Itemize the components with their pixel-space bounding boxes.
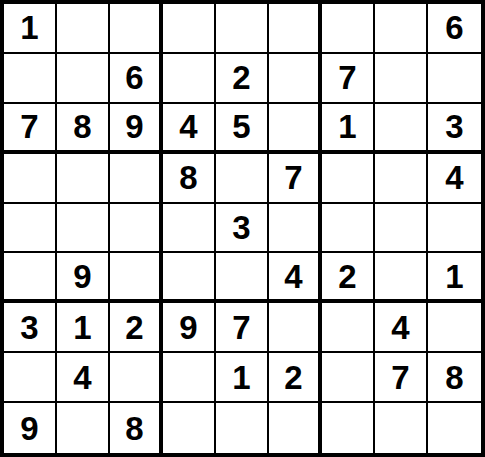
- cell-r5c4[interactable]: [163, 204, 216, 254]
- cell-r9c3[interactable]: 8: [110, 403, 163, 453]
- cell-r2c5[interactable]: 2: [216, 54, 269, 104]
- cell-r6c8[interactable]: [375, 253, 428, 303]
- given-digit: 4: [391, 311, 409, 344]
- cell-r8c8[interactable]: 7: [375, 353, 428, 403]
- cell-r7c7[interactable]: [322, 303, 375, 353]
- given-digit: 8: [125, 412, 143, 445]
- cell-r4c3[interactable]: [110, 154, 163, 204]
- cell-r3c3[interactable]: 9: [110, 104, 163, 154]
- given-digit: 9: [73, 260, 91, 293]
- cell-r1c6[interactable]: [269, 4, 322, 54]
- cell-r2c8[interactable]: [375, 54, 428, 104]
- cell-r4c7[interactable]: [322, 154, 375, 204]
- cell-r4c8[interactable]: [375, 154, 428, 204]
- given-digit: 1: [20, 11, 38, 44]
- given-digit: 7: [20, 110, 38, 143]
- cell-r2c3[interactable]: 6: [110, 54, 163, 104]
- given-digit: 6: [445, 11, 463, 44]
- cell-r8c5[interactable]: 1: [216, 353, 269, 403]
- cell-r8c3[interactable]: [110, 353, 163, 403]
- given-digit: 2: [284, 361, 302, 394]
- cell-r3c2[interactable]: 8: [57, 104, 110, 154]
- cell-r5c1[interactable]: [4, 204, 57, 254]
- cell-r7c8[interactable]: 4: [375, 303, 428, 353]
- cell-r3c7[interactable]: 1: [322, 104, 375, 154]
- cell-r1c8[interactable]: [375, 4, 428, 54]
- cell-r7c1[interactable]: 3: [4, 303, 57, 353]
- given-digit: 6: [125, 61, 143, 94]
- cell-r2c9[interactable]: [428, 54, 481, 104]
- cell-r2c1[interactable]: [4, 54, 57, 104]
- cell-r9c9[interactable]: [428, 403, 481, 453]
- cell-r1c9[interactable]: 6: [428, 4, 481, 54]
- cell-r6c1[interactable]: [4, 253, 57, 303]
- sudoku-board: 166277894513874394213129744127898: [0, 0, 485, 457]
- cell-r7c3[interactable]: 2: [110, 303, 163, 353]
- cell-r6c3[interactable]: [110, 253, 163, 303]
- cell-r5c7[interactable]: [322, 204, 375, 254]
- cell-r5c8[interactable]: [375, 204, 428, 254]
- cell-r2c4[interactable]: [163, 54, 216, 104]
- cell-r6c4[interactable]: [163, 253, 216, 303]
- cell-r8c4[interactable]: [163, 353, 216, 403]
- given-digit: 4: [179, 110, 197, 143]
- cell-r5c3[interactable]: [110, 204, 163, 254]
- given-digit: 3: [20, 311, 38, 344]
- given-digit: 4: [445, 161, 463, 194]
- given-digit: 8: [445, 361, 463, 394]
- cell-r2c6[interactable]: [269, 54, 322, 104]
- cell-r9c4[interactable]: [163, 403, 216, 453]
- cell-r9c5[interactable]: [216, 403, 269, 453]
- cell-r6c6[interactable]: 4: [269, 253, 322, 303]
- cell-r1c7[interactable]: [322, 4, 375, 54]
- cell-r3c8[interactable]: [375, 104, 428, 154]
- cell-r9c7[interactable]: [322, 403, 375, 453]
- cell-r1c5[interactable]: [216, 4, 269, 54]
- given-digit: 7: [391, 361, 409, 394]
- given-digit: 7: [232, 311, 250, 344]
- cell-r5c9[interactable]: [428, 204, 481, 254]
- cell-r7c4[interactable]: 9: [163, 303, 216, 353]
- cell-r6c5[interactable]: [216, 253, 269, 303]
- given-digit: 1: [338, 110, 356, 143]
- given-digit: 8: [179, 161, 197, 194]
- given-digit: 7: [284, 161, 302, 194]
- cell-r4c1[interactable]: [4, 154, 57, 204]
- cell-r8c9[interactable]: 8: [428, 353, 481, 403]
- cell-r7c2[interactable]: 1: [57, 303, 110, 353]
- cell-r3c1[interactable]: 7: [4, 104, 57, 154]
- cell-r4c4[interactable]: 8: [163, 154, 216, 204]
- cell-r1c4[interactable]: [163, 4, 216, 54]
- cell-r5c6[interactable]: [269, 204, 322, 254]
- cell-r3c9[interactable]: 3: [428, 104, 481, 154]
- cell-r8c1[interactable]: [4, 353, 57, 403]
- cell-r7c5[interactable]: 7: [216, 303, 269, 353]
- given-digit: 7: [338, 61, 356, 94]
- cell-r3c6[interactable]: [269, 104, 322, 154]
- given-digit: 1: [73, 311, 91, 344]
- cell-r3c5[interactable]: 5: [216, 104, 269, 154]
- given-digit: 2: [125, 311, 143, 344]
- cell-r6c2[interactable]: 9: [57, 253, 110, 303]
- cell-r8c2[interactable]: 4: [57, 353, 110, 403]
- cell-r9c2[interactable]: [57, 403, 110, 453]
- cell-r5c2[interactable]: [57, 204, 110, 254]
- cell-r2c7[interactable]: 7: [322, 54, 375, 104]
- given-digit: 2: [338, 260, 356, 293]
- cell-r7c6[interactable]: [269, 303, 322, 353]
- given-digit: 5: [232, 110, 250, 143]
- cell-r4c9[interactable]: 4: [428, 154, 481, 204]
- cell-r1c1[interactable]: 1: [4, 4, 57, 54]
- cell-r4c6[interactable]: 7: [269, 154, 322, 204]
- cell-r9c1[interactable]: 9: [4, 403, 57, 453]
- given-digit: 9: [125, 110, 143, 143]
- cell-r6c9[interactable]: 1: [428, 253, 481, 303]
- given-digit: 4: [73, 361, 91, 394]
- given-digit: 8: [73, 110, 91, 143]
- cell-r8c6[interactable]: 2: [269, 353, 322, 403]
- cell-r2c2[interactable]: [57, 54, 110, 104]
- given-digit: 4: [284, 260, 302, 293]
- cell-r7c9[interactable]: [428, 303, 481, 353]
- cell-r8c7[interactable]: [322, 353, 375, 403]
- given-digit: 9: [20, 412, 38, 445]
- given-digit: 3: [445, 110, 463, 143]
- given-digit: 1: [232, 361, 250, 394]
- cell-r1c2[interactable]: [57, 4, 110, 54]
- cell-r5c5[interactable]: 3: [216, 204, 269, 254]
- cell-r9c8[interactable]: [375, 403, 428, 453]
- given-digit: 9: [179, 311, 197, 344]
- given-digit: 1: [445, 260, 463, 293]
- cell-r9c6[interactable]: [269, 403, 322, 453]
- cell-r1c3[interactable]: [110, 4, 163, 54]
- cell-r4c5[interactable]: [216, 154, 269, 204]
- cell-r4c2[interactable]: [57, 154, 110, 204]
- given-digit: 2: [232, 61, 250, 94]
- given-digit: 3: [232, 211, 250, 244]
- cell-r3c4[interactable]: 4: [163, 104, 216, 154]
- cell-r6c7[interactable]: 2: [322, 253, 375, 303]
